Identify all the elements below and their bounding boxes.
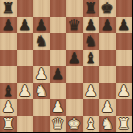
square-d4[interactable]: ♟ xyxy=(50,66,67,83)
square-g5[interactable] xyxy=(99,50,116,67)
square-h6[interactable] xyxy=(116,33,133,50)
piece-white-pawn[interactable]: ♟ xyxy=(84,82,97,99)
piece-black-pawn[interactable]: ♟ xyxy=(101,16,114,33)
piece-black-king[interactable]: ♚ xyxy=(101,0,114,16)
piece-black-pawn[interactable]: ♟ xyxy=(84,16,97,33)
square-d7[interactable] xyxy=(50,17,67,34)
square-a1[interactable]: ♜ xyxy=(0,116,17,133)
square-b7[interactable]: ♟ xyxy=(17,17,34,34)
piece-black-pawn[interactable]: ♟ xyxy=(68,49,81,66)
piece-white-pawn[interactable]: ♟ xyxy=(35,66,48,83)
square-a6[interactable] xyxy=(0,33,17,50)
piece-black-rook[interactable]: ♜ xyxy=(2,0,15,16)
square-c3[interactable]: ♞ xyxy=(33,83,50,100)
square-b2[interactable] xyxy=(17,99,34,116)
square-c6[interactable]: ♞ xyxy=(33,33,50,50)
piece-black-pawn[interactable]: ♟ xyxy=(2,16,15,33)
square-h1[interactable]: ♜ xyxy=(116,116,133,133)
piece-white-knight[interactable]: ♞ xyxy=(35,82,48,99)
piece-white-pawn[interactable]: ♟ xyxy=(101,99,114,116)
square-h7[interactable]: ♟ xyxy=(116,17,133,34)
piece-black-pawn[interactable]: ♟ xyxy=(35,16,48,33)
piece-black-bishop[interactable]: ♝ xyxy=(2,82,15,99)
piece-black-knight[interactable]: ♞ xyxy=(84,33,97,50)
piece-white-pawn[interactable]: ♟ xyxy=(2,99,15,116)
piece-white-pawn[interactable]: ♟ xyxy=(51,99,64,116)
square-g1[interactable]: ♞ xyxy=(99,116,116,133)
square-a7[interactable]: ♟ xyxy=(0,17,17,34)
piece-white-pawn[interactable]: ♟ xyxy=(18,82,31,99)
square-e7[interactable]: ♛ xyxy=(66,17,83,34)
square-g7[interactable]: ♟ xyxy=(99,17,116,34)
square-f5[interactable]: ♝ xyxy=(83,50,100,67)
square-e3[interactable] xyxy=(66,83,83,100)
square-e4[interactable] xyxy=(66,66,83,83)
square-f1[interactable]: ♝ xyxy=(83,116,100,133)
piece-white-pawn[interactable]: ♟ xyxy=(117,82,130,99)
square-d8[interactable] xyxy=(50,0,67,17)
square-c2[interactable] xyxy=(33,99,50,116)
square-h3[interactable]: ♟ xyxy=(116,83,133,100)
square-g6[interactable] xyxy=(99,33,116,50)
square-a5[interactable] xyxy=(0,50,17,67)
square-h5[interactable] xyxy=(116,50,133,67)
square-d6[interactable] xyxy=(50,33,67,50)
chess-board: ♜♜♚♟♟♟♛♟♟♟♞♞♟♝♟♟♝♟♞♟♟♟♟♟♜♛♚♝♞♜ xyxy=(0,0,132,132)
square-e5[interactable]: ♟ xyxy=(66,50,83,67)
square-b5[interactable] xyxy=(17,50,34,67)
piece-black-pawn[interactable]: ♟ xyxy=(51,66,64,83)
piece-white-knight[interactable]: ♞ xyxy=(101,115,114,132)
square-d1[interactable]: ♛ xyxy=(50,116,67,133)
square-g4[interactable] xyxy=(99,66,116,83)
piece-white-queen[interactable]: ♛ xyxy=(51,115,64,132)
piece-white-rook[interactable]: ♜ xyxy=(117,115,130,132)
piece-black-knight[interactable]: ♞ xyxy=(35,33,48,50)
piece-white-bishop[interactable]: ♝ xyxy=(84,115,97,132)
piece-white-rook[interactable]: ♜ xyxy=(2,115,15,132)
piece-black-pawn[interactable]: ♟ xyxy=(117,16,130,33)
square-b1[interactable] xyxy=(17,116,34,133)
square-e1[interactable]: ♚ xyxy=(66,116,83,133)
square-c1[interactable] xyxy=(33,116,50,133)
piece-black-bishop[interactable]: ♝ xyxy=(84,49,97,66)
square-b3[interactable]: ♟ xyxy=(17,83,34,100)
piece-black-rook[interactable]: ♜ xyxy=(84,0,97,16)
piece-black-queen[interactable]: ♛ xyxy=(68,16,81,33)
square-b6[interactable] xyxy=(17,33,34,50)
piece-white-king[interactable]: ♚ xyxy=(68,115,81,132)
piece-black-pawn[interactable]: ♟ xyxy=(18,16,31,33)
square-f3[interactable]: ♟ xyxy=(83,83,100,100)
